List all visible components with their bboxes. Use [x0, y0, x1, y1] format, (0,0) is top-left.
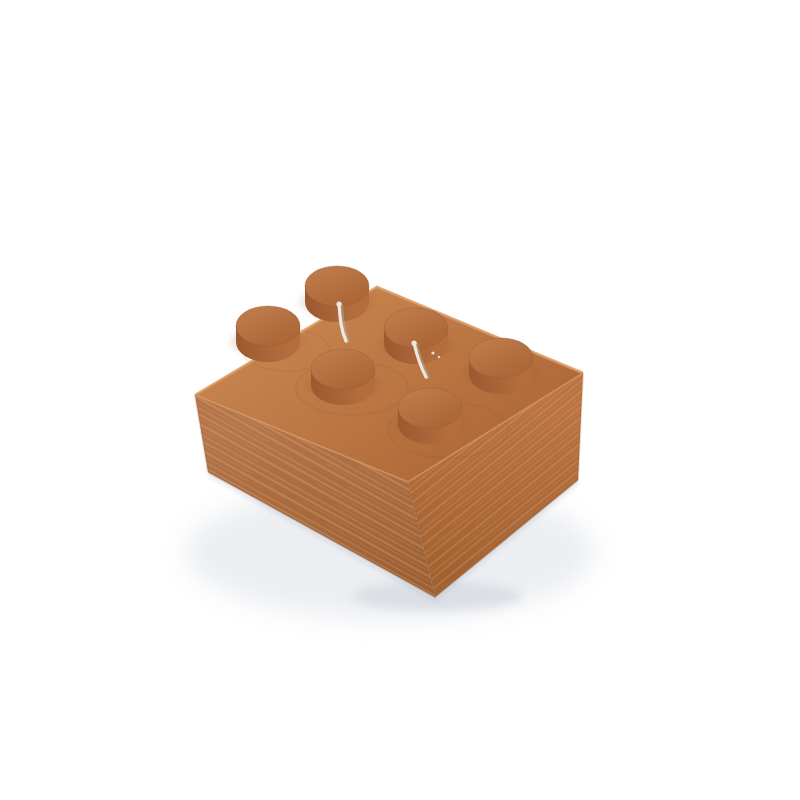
- lego-brick-candle-illustration: [0, 0, 800, 800]
- stud-top: [236, 306, 300, 346]
- wick-tip: [336, 301, 341, 306]
- product-photo: [0, 0, 800, 800]
- wax-speck: [438, 356, 441, 359]
- stud-top: [469, 338, 533, 378]
- wax-speck: [431, 351, 434, 354]
- wick-tip: [411, 340, 416, 345]
- stud-top: [305, 266, 369, 306]
- stud-top: [398, 388, 462, 428]
- stud-top: [311, 349, 375, 389]
